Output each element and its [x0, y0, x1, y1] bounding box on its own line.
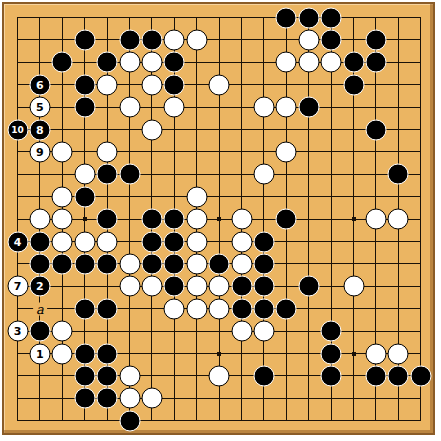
go-diagram: 651089472a31: [0, 0, 441, 441]
black-stone[interactable]: [410, 365, 431, 386]
white-stone[interactable]: [141, 52, 162, 73]
white-stone[interactable]: [209, 74, 230, 95]
black-stone[interactable]: [253, 253, 274, 274]
black-stone[interactable]: [141, 253, 162, 274]
white-stone[interactable]: [74, 231, 95, 252]
black-stone[interactable]: [74, 97, 95, 118]
black-stone[interactable]: [97, 209, 118, 230]
black-stone[interactable]: [231, 298, 252, 319]
black-stone[interactable]: [29, 276, 50, 297]
go-board[interactable]: 651089472a31: [2, 2, 435, 435]
black-stone[interactable]: [74, 365, 95, 386]
point-label: a: [33, 302, 47, 315]
black-stone[interactable]: [365, 119, 386, 140]
black-stone[interactable]: [164, 52, 185, 73]
black-stone[interactable]: [365, 365, 386, 386]
black-stone[interactable]: [298, 276, 319, 297]
white-stone[interactable]: [276, 141, 297, 162]
white-stone[interactable]: [97, 231, 118, 252]
white-stone[interactable]: [141, 119, 162, 140]
white-stone[interactable]: [52, 209, 73, 230]
white-stone[interactable]: [388, 343, 409, 364]
black-stone[interactable]: [74, 186, 95, 207]
black-stone[interactable]: [97, 343, 118, 364]
black-stone[interactable]: [253, 298, 274, 319]
white-stone[interactable]: [52, 343, 73, 364]
white-stone[interactable]: [97, 74, 118, 95]
white-stone[interactable]: [276, 97, 297, 118]
black-stone[interactable]: [97, 253, 118, 274]
black-stone[interactable]: [321, 29, 342, 50]
black-stone[interactable]: [276, 209, 297, 230]
white-stone[interactable]: [164, 29, 185, 50]
white-stone[interactable]: [276, 52, 297, 73]
white-stone[interactable]: [52, 321, 73, 342]
white-stone[interactable]: [186, 276, 207, 297]
black-stone[interactable]: [164, 276, 185, 297]
black-stone[interactable]: [119, 164, 140, 185]
black-stone[interactable]: [74, 298, 95, 319]
white-stone[interactable]: [29, 97, 50, 118]
black-stone[interactable]: [97, 365, 118, 386]
black-stone[interactable]: [7, 231, 28, 252]
white-stone[interactable]: [253, 97, 274, 118]
black-stone[interactable]: [209, 253, 230, 274]
black-stone[interactable]: [141, 231, 162, 252]
black-stone[interactable]: [343, 52, 364, 73]
black-stone[interactable]: [253, 231, 274, 252]
black-stone[interactable]: [298, 7, 319, 28]
white-stone[interactable]: [186, 209, 207, 230]
white-stone[interactable]: [186, 231, 207, 252]
white-stone[interactable]: [164, 97, 185, 118]
black-stone[interactable]: [97, 164, 118, 185]
grid-line-vertical: [420, 17, 421, 421]
white-stone[interactable]: [209, 365, 230, 386]
white-stone[interactable]: [52, 231, 73, 252]
white-stone[interactable]: [253, 164, 274, 185]
black-stone[interactable]: [97, 298, 118, 319]
black-stone[interactable]: [141, 29, 162, 50]
white-stone[interactable]: [7, 321, 28, 342]
white-stone[interactable]: [141, 388, 162, 409]
black-stone[interactable]: [343, 74, 364, 95]
grid-line-vertical: [308, 17, 309, 421]
white-stone[interactable]: [298, 52, 319, 73]
white-stone[interactable]: [141, 276, 162, 297]
white-stone[interactable]: [141, 74, 162, 95]
black-stone[interactable]: [52, 253, 73, 274]
black-stone[interactable]: [253, 276, 274, 297]
white-stone[interactable]: [119, 97, 140, 118]
white-stone[interactable]: [231, 321, 252, 342]
white-stone[interactable]: [52, 186, 73, 207]
white-stone[interactable]: [7, 276, 28, 297]
star-point: [83, 217, 87, 221]
black-stone[interactable]: [164, 74, 185, 95]
white-stone[interactable]: [321, 52, 342, 73]
black-stone[interactable]: [29, 231, 50, 252]
white-stone[interactable]: [164, 298, 185, 319]
black-stone[interactable]: [321, 321, 342, 342]
white-stone[interactable]: [119, 52, 140, 73]
black-stone[interactable]: [29, 321, 50, 342]
white-stone[interactable]: [231, 231, 252, 252]
black-stone[interactable]: [253, 365, 274, 386]
black-stone[interactable]: [74, 343, 95, 364]
black-stone[interactable]: [231, 276, 252, 297]
white-stone[interactable]: [253, 321, 274, 342]
black-stone[interactable]: [365, 52, 386, 73]
black-stone[interactable]: [74, 388, 95, 409]
white-stone[interactable]: [29, 209, 50, 230]
black-stone[interactable]: [388, 164, 409, 185]
black-stone[interactable]: [119, 410, 140, 431]
white-stone[interactable]: [119, 365, 140, 386]
star-point: [217, 352, 221, 356]
black-stone[interactable]: [164, 209, 185, 230]
white-stone[interactable]: [186, 298, 207, 319]
star-point: [217, 217, 221, 221]
black-stone[interactable]: [141, 209, 162, 230]
white-stone[interactable]: [186, 29, 207, 50]
black-stone[interactable]: [29, 119, 50, 140]
white-stone[interactable]: [209, 276, 230, 297]
star-point: [352, 217, 356, 221]
white-stone[interactable]: [343, 276, 364, 297]
black-stone[interactable]: [29, 253, 50, 274]
white-stone[interactable]: [29, 343, 50, 364]
black-stone[interactable]: [97, 52, 118, 73]
black-stone[interactable]: [365, 29, 386, 50]
white-stone[interactable]: [231, 209, 252, 230]
black-stone[interactable]: [97, 388, 118, 409]
black-stone[interactable]: [52, 52, 73, 73]
black-stone[interactable]: [74, 253, 95, 274]
white-stone[interactable]: [119, 253, 140, 274]
white-stone[interactable]: [365, 343, 386, 364]
white-stone[interactable]: [119, 276, 140, 297]
black-stone[interactable]: [276, 298, 297, 319]
grid-line-vertical: [263, 17, 264, 421]
black-stone[interactable]: [29, 74, 50, 95]
black-stone[interactable]: [164, 253, 185, 274]
white-stone[interactable]: [231, 253, 252, 274]
black-stone[interactable]: [164, 231, 185, 252]
star-point: [352, 352, 356, 356]
white-stone[interactable]: [209, 298, 230, 319]
black-stone[interactable]: [321, 7, 342, 28]
black-stone[interactable]: [74, 29, 95, 50]
white-stone[interactable]: [119, 388, 140, 409]
white-stone[interactable]: [97, 141, 118, 162]
black-stone[interactable]: [276, 7, 297, 28]
white-stone[interactable]: [298, 29, 319, 50]
white-stone[interactable]: [388, 209, 409, 230]
black-stone[interactable]: [74, 74, 95, 95]
black-stone[interactable]: [321, 343, 342, 364]
white-stone[interactable]: [186, 253, 207, 274]
grid-line-horizontal: [17, 331, 421, 332]
white-stone[interactable]: [29, 141, 50, 162]
black-stone[interactable]: [119, 29, 140, 50]
grid-line-horizontal: [17, 420, 421, 421]
black-stone[interactable]: [388, 365, 409, 386]
black-stone[interactable]: [321, 365, 342, 386]
white-stone[interactable]: [186, 186, 207, 207]
white-stone[interactable]: [365, 209, 386, 230]
white-stone[interactable]: [74, 164, 95, 185]
white-stone[interactable]: [52, 141, 73, 162]
black-stone[interactable]: [298, 97, 319, 118]
black-stone[interactable]: [7, 119, 28, 140]
